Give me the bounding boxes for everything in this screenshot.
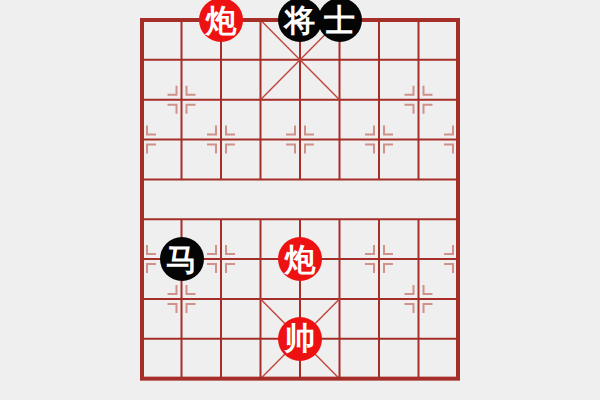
intersection-c6r0[interactable] — [359, 0, 399, 40]
intersection-c0r7[interactable] — [122, 279, 162, 319]
intersection-c8r6[interactable] — [438, 239, 478, 279]
intersection-c4r2[interactable] — [280, 80, 320, 120]
intersection-c7r5[interactable] — [399, 199, 439, 239]
intersection-c0r1[interactable] — [122, 40, 162, 80]
intersection-c1r5[interactable] — [162, 199, 202, 239]
intersection-c8r9[interactable] — [438, 359, 478, 399]
intersection-c5r7[interactable] — [320, 279, 360, 319]
black-advisor-piece[interactable]: 士 — [318, 0, 362, 42]
red-cannon-piece[interactable]: 炮 — [278, 237, 322, 281]
intersection-c0r4[interactable] — [122, 159, 162, 199]
intersection-c6r4[interactable] — [359, 159, 399, 199]
intersection-c5r6[interactable] — [320, 239, 360, 279]
black-general-piece[interactable]: 将 — [278, 0, 322, 42]
intersection-c8r8[interactable] — [438, 319, 478, 359]
intersection-c6r1[interactable] — [359, 40, 399, 80]
intersection-c3r9[interactable] — [241, 359, 281, 399]
intersection-c7r3[interactable] — [399, 120, 439, 160]
intersection-c6r2[interactable] — [359, 80, 399, 120]
intersection-c1r9[interactable] — [162, 359, 202, 399]
intersection-c2r4[interactable] — [201, 159, 241, 199]
intersection-c7r1[interactable] — [399, 40, 439, 80]
intersection-c1r8[interactable] — [162, 319, 202, 359]
intersection-c6r8[interactable] — [359, 319, 399, 359]
intersection-c4r9[interactable] — [280, 359, 320, 399]
intersection-c4r7[interactable] — [280, 279, 320, 319]
intersection-c2r6[interactable] — [201, 239, 241, 279]
intersection-c3r4[interactable] — [241, 159, 281, 199]
intersection-c7r2[interactable] — [399, 80, 439, 120]
intersection-c1r7[interactable] — [162, 279, 202, 319]
piece-glyph: 炮 — [285, 244, 316, 275]
intersection-c4r5[interactable] — [280, 199, 320, 239]
intersection-c8r4[interactable] — [438, 159, 478, 199]
intersection-c3r0[interactable] — [241, 0, 281, 40]
intersection-c2r7[interactable] — [201, 279, 241, 319]
intersection-c7r8[interactable] — [399, 319, 439, 359]
intersection-c2r3[interactable] — [201, 120, 241, 160]
intersection-c8r2[interactable] — [438, 80, 478, 120]
intersection-c8r5[interactable] — [438, 199, 478, 239]
intersection-c2r1[interactable] — [201, 40, 241, 80]
intersection-c3r1[interactable] — [241, 40, 281, 80]
intersection-c1r3[interactable] — [162, 120, 202, 160]
intersection-c5r8[interactable] — [320, 319, 360, 359]
intersection-c1r1[interactable] — [162, 40, 202, 80]
red-cannon-piece[interactable]: 炮 — [199, 0, 243, 42]
intersection-c4r3[interactable] — [280, 120, 320, 160]
intersection-c6r7[interactable] — [359, 279, 399, 319]
intersection-c7r4[interactable] — [399, 159, 439, 199]
intersection-c6r3[interactable] — [359, 120, 399, 160]
intersection-c4r1[interactable] — [280, 40, 320, 80]
intersection-c0r8[interactable] — [122, 319, 162, 359]
intersection-c8r1[interactable] — [438, 40, 478, 80]
intersection-c3r7[interactable] — [241, 279, 281, 319]
piece-glyph: 帅 — [285, 323, 316, 354]
intersection-c6r6[interactable] — [359, 239, 399, 279]
intersection-c7r6[interactable] — [399, 239, 439, 279]
intersection-c4r4[interactable] — [280, 159, 320, 199]
intersection-c8r0[interactable] — [438, 0, 478, 40]
intersection-c8r7[interactable] — [438, 279, 478, 319]
xiangqi-board: 炮将士马炮帅 — [0, 0, 600, 400]
intersection-c5r2[interactable] — [320, 80, 360, 120]
intersection-c6r9[interactable] — [359, 359, 399, 399]
intersection-c1r4[interactable] — [162, 159, 202, 199]
intersection-c3r6[interactable] — [241, 239, 281, 279]
piece-glyph: 士 — [324, 5, 355, 36]
piece-glyph: 马 — [166, 244, 197, 275]
intersection-c2r2[interactable] — [201, 80, 241, 120]
intersection-c2r9[interactable] — [201, 359, 241, 399]
intersection-c5r4[interactable] — [320, 159, 360, 199]
intersection-c7r0[interactable] — [399, 0, 439, 40]
intersection-c0r6[interactable] — [122, 239, 162, 279]
intersection-c0r9[interactable] — [122, 359, 162, 399]
intersection-c7r9[interactable] — [399, 359, 439, 399]
intersection-c7r7[interactable] — [399, 279, 439, 319]
intersection-c5r3[interactable] — [320, 120, 360, 160]
intersection-c5r9[interactable] — [320, 359, 360, 399]
piece-glyph: 将 — [285, 5, 316, 36]
black-horse-piece[interactable]: 马 — [160, 237, 204, 281]
intersection-c1r2[interactable] — [162, 80, 202, 120]
intersection-c2r8[interactable] — [201, 319, 241, 359]
piece-glyph: 炮 — [206, 5, 237, 36]
intersection-c1r0[interactable] — [162, 0, 202, 40]
red-general-piece[interactable]: 帅 — [278, 317, 322, 361]
intersection-c3r2[interactable] — [241, 80, 281, 120]
intersection-c0r2[interactable] — [122, 80, 162, 120]
intersection-c5r1[interactable] — [320, 40, 360, 80]
intersection-c8r3[interactable] — [438, 120, 478, 160]
intersection-c5r5[interactable] — [320, 199, 360, 239]
intersection-c6r5[interactable] — [359, 199, 399, 239]
intersection-c0r0[interactable] — [122, 0, 162, 40]
intersection-c3r5[interactable] — [241, 199, 281, 239]
intersection-c0r5[interactable] — [122, 199, 162, 239]
intersection-c3r8[interactable] — [241, 319, 281, 359]
intersection-c2r5[interactable] — [201, 199, 241, 239]
intersection-c3r3[interactable] — [241, 120, 281, 160]
intersection-c0r3[interactable] — [122, 120, 162, 160]
